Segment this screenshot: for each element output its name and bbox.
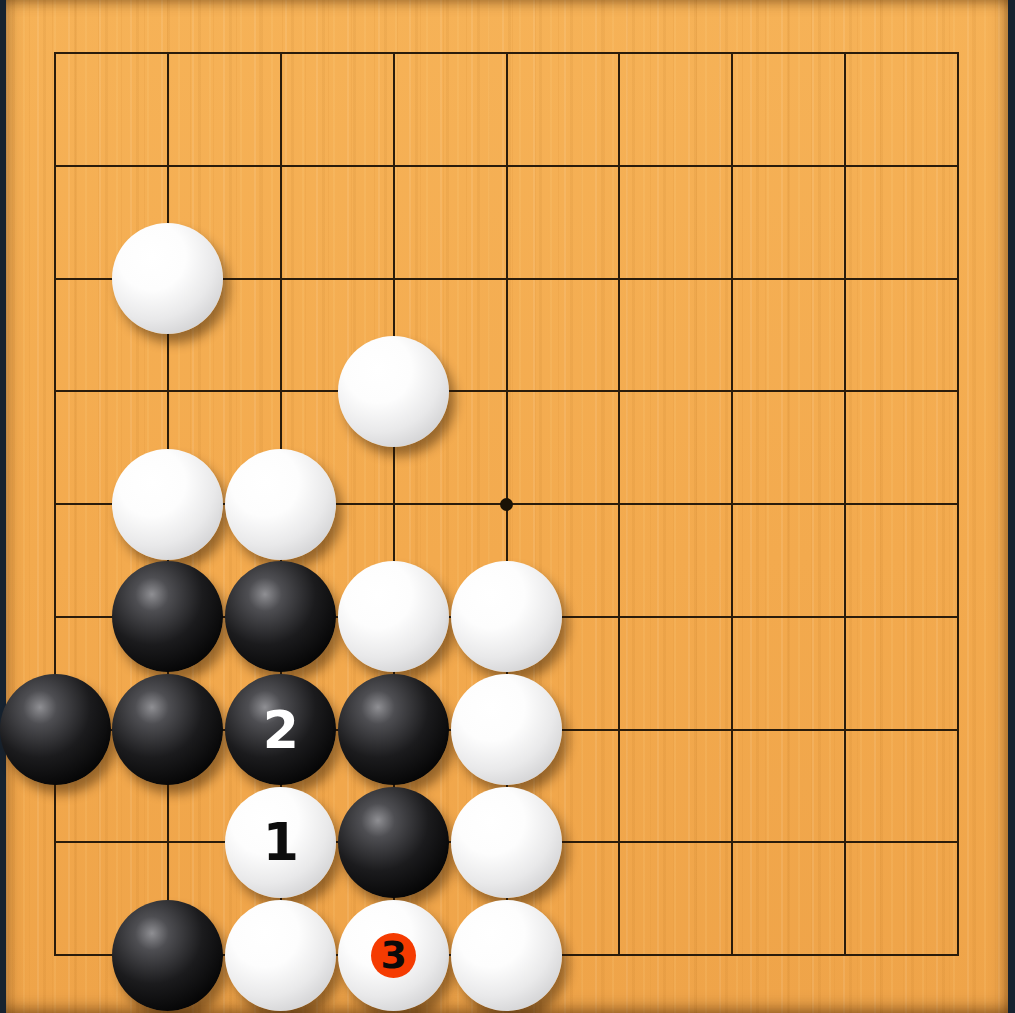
stone-white-c8[interactable]: [225, 787, 336, 898]
stone-white-e6[interactable]: [451, 561, 562, 672]
stone-black-a7[interactable]: [0, 674, 111, 785]
star-point-e5: [500, 498, 513, 511]
stone-white-e9[interactable]: [451, 900, 562, 1011]
stone-white-e7[interactable]: [451, 674, 562, 785]
stone-black-d8[interactable]: [338, 787, 449, 898]
stone-black-b6[interactable]: [112, 561, 223, 672]
grid-line-col-i: [957, 52, 959, 956]
stone-white-b5[interactable]: [112, 449, 223, 560]
grid-line-col-g: [731, 52, 733, 956]
stone-black-d7[interactable]: [338, 674, 449, 785]
stone-black-b7[interactable]: [112, 674, 223, 785]
stone-white-b3[interactable]: [112, 223, 223, 334]
stone-white-d9[interactable]: [338, 900, 449, 1011]
stone-white-c5[interactable]: [225, 449, 336, 560]
stone-black-c7[interactable]: [225, 674, 336, 785]
go-board-frame: 123: [0, 0, 1015, 1013]
stone-white-e8[interactable]: [451, 787, 562, 898]
stone-white-c9[interactable]: [225, 900, 336, 1011]
stone-white-d6[interactable]: [338, 561, 449, 672]
stone-black-c6[interactable]: [225, 561, 336, 672]
grid-line-col-h: [844, 52, 846, 956]
grid-line-col-f: [618, 52, 620, 956]
stone-black-b9[interactable]: [112, 900, 223, 1011]
stone-white-d4[interactable]: [338, 336, 449, 447]
go-board[interactable]: 123: [6, 0, 1008, 1013]
